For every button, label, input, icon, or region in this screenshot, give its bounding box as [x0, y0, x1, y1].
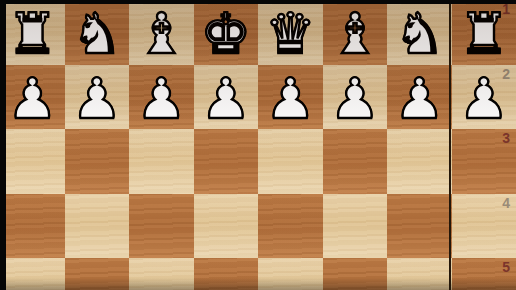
square-f2[interactable]: ♟ [129, 65, 194, 130]
square-b2[interactable]: ♟ [387, 65, 452, 130]
square-d5[interactable] [258, 258, 323, 290]
piece-white-pawn-b2[interactable]: ♟ [387, 67, 452, 130]
square-a1[interactable]: ♜1 [452, 0, 516, 65]
square-b5[interactable] [387, 258, 452, 290]
square-b4[interactable] [387, 194, 452, 259]
piece-white-queen-d1[interactable]: ♛ [258, 2, 323, 65]
square-g1[interactable]: ♞ [65, 0, 130, 65]
left-letterbox-bar [0, 0, 6, 290]
square-c5[interactable] [323, 258, 388, 290]
square-e1[interactable]: ♚ [194, 0, 259, 65]
piece-white-bishop-c1[interactable]: ♝ [323, 2, 388, 65]
piece-white-pawn-h2[interactable]: ♟ [0, 67, 65, 130]
chess-board-viewport: ♜♞♝♚♛♝♞♜1♟♟♟♟♟♟♟♟2345 [0, 0, 516, 290]
piece-white-pawn-d2[interactable]: ♟ [258, 67, 323, 130]
piece-white-pawn-g2[interactable]: ♟ [65, 67, 130, 130]
piece-white-pawn-e2[interactable]: ♟ [194, 67, 259, 130]
square-a5[interactable]: 5 [452, 258, 516, 290]
piece-white-knight-g1[interactable]: ♞ [65, 2, 130, 65]
square-d2[interactable]: ♟ [258, 65, 323, 130]
square-c1[interactable]: ♝ [323, 0, 388, 65]
rank-label-4: 4 [502, 196, 510, 210]
piece-white-knight-b1[interactable]: ♞ [387, 2, 452, 65]
chess-board: ♜♞♝♚♛♝♞♜1♟♟♟♟♟♟♟♟2345 [0, 0, 516, 290]
rank-label-2: 2 [502, 67, 510, 81]
square-e3[interactable] [194, 129, 259, 194]
square-h3[interactable] [0, 129, 65, 194]
square-e4[interactable] [194, 194, 259, 259]
square-g2[interactable]: ♟ [65, 65, 130, 130]
square-b1[interactable]: ♞ [387, 0, 452, 65]
square-a2[interactable]: ♟2 [452, 65, 516, 130]
square-a4[interactable]: 4 [452, 194, 516, 259]
piece-white-pawn-c2[interactable]: ♟ [323, 67, 388, 130]
square-g4[interactable] [65, 194, 130, 259]
square-h5[interactable] [0, 258, 65, 290]
rank-label-5: 5 [502, 260, 510, 274]
square-h4[interactable] [0, 194, 65, 259]
square-c2[interactable]: ♟ [323, 65, 388, 130]
piece-white-pawn-f2[interactable]: ♟ [129, 67, 194, 130]
square-e2[interactable]: ♟ [194, 65, 259, 130]
square-f1[interactable]: ♝ [129, 0, 194, 65]
square-f3[interactable] [129, 129, 194, 194]
square-h2[interactable]: ♟ [0, 65, 65, 130]
square-a3[interactable]: 3 [452, 129, 516, 194]
square-b3[interactable] [387, 129, 452, 194]
rank-label-1: 1 [502, 2, 510, 16]
rank-label-3: 3 [502, 131, 510, 145]
piece-white-bishop-f1[interactable]: ♝ [129, 2, 194, 65]
square-d1[interactable]: ♛ [258, 0, 323, 65]
piece-white-rook-h1[interactable]: ♜ [0, 2, 65, 65]
piece-white-king-e1[interactable]: ♚ [194, 2, 259, 65]
square-f5[interactable] [129, 258, 194, 290]
square-c4[interactable] [323, 194, 388, 259]
square-g3[interactable] [65, 129, 130, 194]
square-e5[interactable] [194, 258, 259, 290]
square-d3[interactable] [258, 129, 323, 194]
square-d4[interactable] [258, 194, 323, 259]
square-h1[interactable]: ♜ [0, 0, 65, 65]
square-g5[interactable] [65, 258, 130, 290]
square-f4[interactable] [129, 194, 194, 259]
board-seam-line [449, 0, 452, 290]
square-c3[interactable] [323, 129, 388, 194]
top-letterbox-bar [0, 0, 516, 4]
